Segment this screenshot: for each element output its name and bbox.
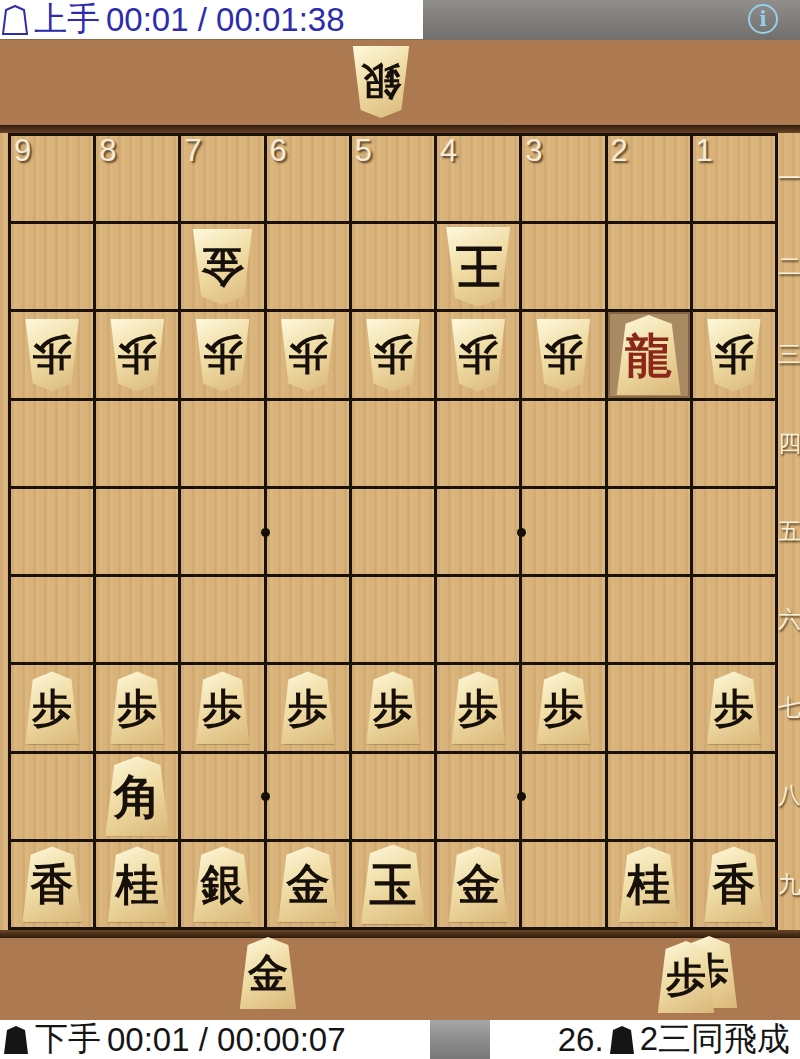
rank-label-2: 二	[778, 255, 800, 278]
piece-kanji: 銀	[201, 863, 244, 906]
square-3-4[interactable]	[522, 401, 604, 486]
piece-歩-sente[interactable]: 歩	[450, 671, 507, 744]
square-1-8[interactable]	[693, 754, 775, 839]
piece-香-sente[interactable]: 香	[21, 846, 84, 922]
square-2-7[interactable]	[608, 665, 690, 750]
square-4-4[interactable]	[437, 401, 519, 486]
piece-歩-sente[interactable]: 歩	[194, 671, 251, 744]
square-2-9[interactable]: 桂	[608, 842, 690, 927]
piece-kanji: 歩	[288, 335, 328, 375]
piece-kanji: 桂	[627, 863, 670, 906]
square-3-2[interactable]	[522, 224, 604, 309]
piece-銀-gote[interactable]: 銀	[351, 46, 411, 118]
square-2-5[interactable]	[608, 489, 690, 574]
info-icon: i	[759, 9, 767, 29]
square-8-5[interactable]	[96, 489, 178, 574]
square-7-5[interactable]	[181, 489, 263, 574]
rank-label-4: 四	[778, 432, 800, 455]
info-button[interactable]: i	[748, 4, 778, 34]
piece-kanji: 桂	[116, 863, 159, 906]
piece-kanji: 金	[248, 953, 288, 993]
square-5-3[interactable]: 歩	[352, 312, 434, 397]
piece-kanji: 歩	[117, 688, 157, 728]
square-6-3[interactable]: 歩	[267, 312, 349, 397]
piece-金-sente[interactable]: 金	[447, 846, 510, 922]
square-9-5[interactable]	[11, 489, 93, 574]
square-5-7[interactable]: 歩	[352, 665, 434, 750]
piece-桂-sente[interactable]: 桂	[617, 846, 680, 922]
file-label-9: 9	[14, 135, 31, 166]
square-8-2[interactable]	[96, 224, 178, 309]
board-top-edge	[0, 125, 800, 133]
square-6-9[interactable]: 金	[267, 842, 349, 927]
piece-kanji: 歩	[543, 335, 583, 375]
square-8-7[interactable]: 歩	[96, 665, 178, 750]
rank-label-7: 七	[778, 696, 800, 719]
piece-kanji: 王	[455, 243, 502, 290]
rank-label-5: 五	[778, 520, 800, 543]
piece-kanji: 歩	[458, 688, 498, 728]
shogi-app: 上手 00:01 / 00:01:38 i 銀 金王歩歩歩歩歩歩歩龍歩歩歩歩歩歩…	[0, 0, 800, 1059]
square-5-9[interactable]: 玉	[352, 842, 434, 927]
square-1-9[interactable]: 香	[693, 842, 775, 927]
piece-kanji: 香	[31, 863, 74, 906]
piece-歩-gote[interactable]: 歩	[705, 319, 762, 392]
gote-player-label: 上手	[34, 0, 100, 42]
square-1-3[interactable]: 歩	[693, 312, 775, 397]
square-4-7[interactable]: 歩	[437, 665, 519, 750]
square-1-5[interactable]	[693, 489, 775, 574]
gote-time: 00:01 / 00:01:38	[106, 1, 345, 39]
square-8-4[interactable]	[96, 401, 178, 486]
square-2-3[interactable]: 龍	[608, 312, 690, 397]
square-7-7[interactable]: 歩	[181, 665, 263, 750]
piece-歩-gote[interactable]: 歩	[24, 319, 81, 392]
piece-kanji: 金	[201, 245, 244, 288]
piece-kanji: 歩	[203, 335, 243, 375]
piece-金-sente[interactable]: 金	[238, 937, 298, 1009]
square-7-9[interactable]: 銀	[181, 842, 263, 927]
last-move-display: 26. 2三同飛成	[558, 1020, 790, 1059]
hoshi-dot	[261, 792, 270, 801]
piece-歩-gote[interactable]: 歩	[109, 319, 166, 392]
square-6-8[interactable]	[267, 754, 349, 839]
piece-歩-sente[interactable]: 歩	[279, 671, 336, 744]
bottom-toolbar-gray	[430, 1020, 490, 1059]
piece-金-gote[interactable]: 金	[191, 229, 254, 305]
piece-歩-gote[interactable]: 歩	[194, 319, 251, 392]
rank-label-9: 九	[778, 873, 800, 896]
sente-player-info: 下手 00:01 / 00:00:07	[0, 1017, 346, 1059]
piece-kanji: 歩	[203, 688, 243, 728]
file-label-1: 1	[696, 135, 713, 166]
square-4-6[interactable]	[437, 577, 519, 662]
move-text: 2三同飛成	[640, 1017, 790, 1059]
piece-角-sente[interactable]: 角	[103, 756, 171, 836]
square-9-2[interactable]	[11, 224, 93, 309]
file-label-6: 6	[270, 135, 287, 166]
file-label-2: 2	[610, 135, 627, 166]
piece-kanji: 金	[286, 863, 329, 906]
piece-kanji: 龍	[625, 332, 672, 379]
square-9-9[interactable]: 香	[11, 842, 93, 927]
piece-歩-sente[interactable]: 歩	[364, 671, 421, 744]
piece-歩-sente[interactable]: 歩	[24, 671, 81, 744]
top-toolbar-gray	[423, 0, 800, 40]
piece-歩-gote[interactable]: 歩	[450, 319, 507, 392]
file-label-8: 8	[99, 135, 116, 166]
square-7-6[interactable]	[181, 577, 263, 662]
promoted-piece-龍-sente[interactable]: 龍	[615, 315, 683, 395]
square-5-6[interactable]	[352, 577, 434, 662]
sente-player-label: 下手	[35, 1017, 101, 1059]
hoshi-dot	[261, 528, 270, 537]
square-7-8[interactable]	[181, 754, 263, 839]
square-4-3[interactable]: 歩	[437, 312, 519, 397]
piece-歩-sente[interactable]: 歩	[109, 671, 166, 744]
square-5-4[interactable]	[352, 401, 434, 486]
file-label-5: 5	[355, 135, 372, 166]
board-surface: 金王歩歩歩歩歩歩歩龍歩歩歩歩歩歩歩歩歩角香桂銀金玉金桂香	[0, 133, 800, 930]
square-7-2[interactable]: 金	[181, 224, 263, 309]
square-4-9[interactable]: 金	[437, 842, 519, 927]
piece-kanji: 歩	[543, 688, 583, 728]
shogi-board-grid: 金王歩歩歩歩歩歩歩龍歩歩歩歩歩歩歩歩歩角香桂銀金玉金桂香	[8, 133, 778, 930]
rank-label-1: 一	[778, 167, 800, 190]
square-6-6[interactable]	[267, 577, 349, 662]
square-9-7[interactable]: 歩	[11, 665, 93, 750]
piece-kanji: 銀	[361, 62, 401, 102]
square-1-7[interactable]: 歩	[693, 665, 775, 750]
piece-歩-gote[interactable]: 歩	[535, 319, 592, 392]
square-2-4[interactable]	[608, 401, 690, 486]
black-shogi-piece-icon	[3, 1025, 29, 1055]
file-label-3: 3	[525, 135, 542, 166]
piece-kanji: 金	[457, 863, 500, 906]
file-label-7: 7	[184, 135, 201, 166]
square-9-4[interactable]	[11, 401, 93, 486]
square-4-5[interactable]	[437, 489, 519, 574]
piece-金-sente[interactable]: 金	[276, 846, 339, 922]
white-shogi-piece-icon	[2, 5, 28, 35]
piece-kanji: 歩	[373, 335, 413, 375]
square-9-8[interactable]	[11, 754, 93, 839]
square-8-3[interactable]: 歩	[96, 312, 178, 397]
piece-kanji: 歩	[666, 957, 706, 997]
piece-香-sente[interactable]: 香	[702, 846, 765, 922]
hoshi-dot	[517, 792, 526, 801]
black-shogi-piece-icon	[609, 1025, 635, 1055]
square-4-8[interactable]	[437, 754, 519, 839]
square-1-6[interactable]	[693, 577, 775, 662]
piece-kanji: 歩	[117, 335, 157, 375]
piece-王-gote[interactable]: 王	[444, 227, 512, 307]
board-bottom-edge	[0, 930, 800, 938]
hoshi-dot	[517, 528, 526, 537]
piece-kanji: 歩	[458, 335, 498, 375]
piece-歩-gote[interactable]: 歩	[279, 319, 336, 392]
square-7-3[interactable]: 歩	[181, 312, 263, 397]
piece-歩-sente[interactable]: 歩	[535, 671, 592, 744]
piece-kanji: 角	[114, 773, 161, 820]
square-6-2[interactable]	[267, 224, 349, 309]
piece-kanji: 歩	[714, 335, 754, 375]
piece-kanji: 玉	[369, 861, 416, 908]
top-status-bar: 上手 00:01 / 00:01:38 i	[0, 0, 800, 40]
square-1-4[interactable]	[693, 401, 775, 486]
square-8-8[interactable]: 角	[96, 754, 178, 839]
sente-time: 00:01 / 00:00:07	[107, 1021, 346, 1059]
square-8-9[interactable]: 桂	[96, 842, 178, 927]
piece-桂-sente[interactable]: 桂	[106, 846, 169, 922]
piece-kanji: 歩	[32, 335, 72, 375]
square-1-2[interactable]	[693, 224, 775, 309]
piece-歩-sente[interactable]: 歩	[705, 671, 762, 744]
square-2-2[interactable]	[608, 224, 690, 309]
square-5-2[interactable]	[352, 224, 434, 309]
square-6-7[interactable]: 歩	[267, 665, 349, 750]
gote-player-info: 上手 00:01 / 00:01:38	[0, 0, 345, 42]
square-3-3[interactable]: 歩	[522, 312, 604, 397]
piece-kanji: 歩	[32, 688, 72, 728]
square-6-4[interactable]	[267, 401, 349, 486]
rank-label-6: 六	[778, 608, 800, 631]
piece-kanji: 歩	[288, 688, 328, 728]
square-2-8[interactable]	[608, 754, 690, 839]
piece-kanji: 歩	[373, 688, 413, 728]
bottom-status-bar: 下手 00:01 / 00:00:07 26. 2三同飛成	[0, 1020, 800, 1059]
file-label-4: 4	[440, 135, 457, 166]
square-6-5[interactable]	[267, 489, 349, 574]
square-3-5[interactable]	[522, 489, 604, 574]
square-5-5[interactable]	[352, 489, 434, 574]
move-number: 26.	[558, 1021, 604, 1059]
rank-label-3: 三	[778, 343, 800, 366]
piece-kanji: 歩	[714, 688, 754, 728]
square-3-8[interactable]	[522, 754, 604, 839]
square-7-4[interactable]	[181, 401, 263, 486]
piece-銀-sente[interactable]: 銀	[191, 846, 254, 922]
square-3-7[interactable]: 歩	[522, 665, 604, 750]
square-3-9[interactable]	[522, 842, 604, 927]
square-5-8[interactable]	[352, 754, 434, 839]
square-3-6[interactable]	[522, 577, 604, 662]
piece-玉-sente[interactable]: 玉	[359, 844, 427, 924]
square-8-6[interactable]	[96, 577, 178, 662]
square-9-3[interactable]: 歩	[11, 312, 93, 397]
piece-kanji: 香	[712, 863, 755, 906]
piece-歩-gote[interactable]: 歩	[364, 319, 421, 392]
square-9-6[interactable]	[11, 577, 93, 662]
rank-label-8: 八	[778, 784, 800, 807]
square-4-2[interactable]: 王	[437, 224, 519, 309]
square-2-6[interactable]	[608, 577, 690, 662]
